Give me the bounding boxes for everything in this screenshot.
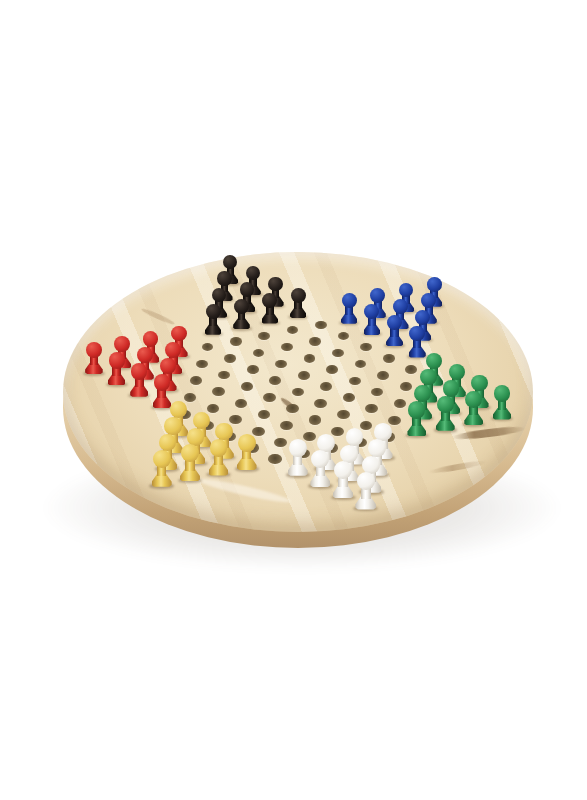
- board-hole[interactable]: [304, 354, 316, 362]
- board-hole[interactable]: [268, 454, 281, 464]
- board-hole[interactable]: [281, 343, 293, 351]
- peg-yellow-head: [215, 423, 232, 441]
- board-hole[interactable]: [258, 332, 269, 340]
- board-hole[interactable]: [196, 360, 208, 369]
- peg-black[interactable]: [290, 288, 307, 318]
- peg-yellow-head: [193, 412, 210, 429]
- peg-green-head: [437, 396, 454, 413]
- peg-white[interactable]: [333, 461, 354, 498]
- peg-yellow[interactable]: [151, 450, 172, 487]
- peg-black-head: [240, 282, 255, 297]
- peg-black[interactable]: [204, 304, 221, 335]
- peg-red-head: [137, 347, 153, 363]
- peg-yellow-head: [210, 439, 228, 457]
- peg-blue-head: [427, 277, 441, 292]
- peg-blue-head: [370, 288, 385, 303]
- peg-black-head: [246, 266, 260, 280]
- peg-blue-head: [409, 326, 424, 342]
- product-photo-chinese-checkers: [0, 0, 587, 800]
- board-hole[interactable]: [235, 399, 247, 408]
- peg-black-head: [217, 271, 231, 285]
- peg-black-head: [212, 288, 227, 303]
- peg-green[interactable]: [464, 391, 483, 425]
- peg-white-head: [289, 439, 307, 457]
- peg-red-head: [86, 342, 102, 358]
- peg-red-head: [143, 331, 159, 347]
- peg-green-head: [420, 369, 436, 385]
- peg-red-head: [160, 358, 176, 374]
- board-hole[interactable]: [190, 376, 202, 385]
- board-hole[interactable]: [337, 410, 350, 419]
- peg-blue[interactable]: [363, 304, 380, 335]
- board-hole[interactable]: [286, 404, 299, 413]
- peg-yellow-head: [238, 434, 256, 452]
- peg-yellow-head: [153, 450, 171, 468]
- board-hole[interactable]: [298, 371, 310, 380]
- peg-white-head: [346, 428, 363, 446]
- peg-blue[interactable]: [386, 315, 404, 346]
- peg-green-head: [465, 391, 482, 408]
- peg-red-head: [109, 352, 125, 368]
- peg-red[interactable]: [85, 342, 103, 374]
- peg-white[interactable]: [355, 472, 376, 510]
- board-hole[interactable]: [224, 354, 236, 362]
- peg-green-head: [443, 380, 460, 397]
- peg-blue-head: [399, 283, 414, 298]
- peg-yellow[interactable]: [208, 439, 229, 475]
- peg-black[interactable]: [233, 299, 250, 330]
- peg-red[interactable]: [130, 363, 149, 396]
- board-hole[interactable]: [247, 365, 259, 374]
- board-hole[interactable]: [241, 382, 253, 391]
- board-hole[interactable]: [394, 399, 406, 408]
- peg-yellow-head: [181, 444, 199, 462]
- peg-blue-head: [387, 315, 402, 330]
- peg-green-head: [449, 364, 465, 380]
- peg-white-head: [368, 439, 386, 457]
- peg-yellow[interactable]: [237, 434, 257, 470]
- peg-green[interactable]: [407, 401, 427, 436]
- peg-black-head: [223, 255, 237, 269]
- board-hole[interactable]: [275, 360, 287, 369]
- peg-white-head: [317, 434, 335, 452]
- board-hole[interactable]: [332, 349, 344, 357]
- peg-white-head: [357, 472, 375, 491]
- peg-blue-head: [421, 293, 436, 308]
- peg-green-head: [471, 375, 487, 392]
- peg-red-head: [171, 326, 186, 342]
- peg-green[interactable]: [436, 396, 456, 431]
- peg-red-head: [154, 374, 170, 391]
- board-hole[interactable]: [349, 377, 361, 386]
- peg-green-head: [426, 353, 442, 369]
- peg-red-head: [131, 363, 147, 379]
- peg-blue-head: [393, 299, 408, 314]
- peg-yellow-head: [187, 428, 204, 446]
- board-hole[interactable]: [315, 321, 326, 329]
- board-hole[interactable]: [309, 337, 321, 345]
- peg-blue[interactable]: [408, 326, 426, 358]
- board-hole[interactable]: [314, 399, 326, 408]
- peg-red[interactable]: [107, 352, 126, 385]
- peg-red-head: [114, 336, 130, 352]
- peg-yellow-head: [159, 434, 177, 452]
- board-hole[interactable]: [263, 393, 275, 402]
- peg-white[interactable]: [287, 439, 308, 476]
- peg-white-head: [311, 450, 329, 468]
- board-hole[interactable]: [253, 349, 265, 357]
- peg-red-head: [165, 342, 181, 358]
- board-hole[interactable]: [309, 415, 322, 424]
- peg-black-head: [234, 299, 249, 314]
- board-hole[interactable]: [326, 365, 338, 374]
- peg-blue-head: [364, 304, 379, 319]
- peg-yellow-head: [170, 401, 187, 418]
- peg-black-head: [291, 288, 306, 303]
- peg-white-head: [374, 423, 391, 441]
- peg-black-head: [268, 277, 282, 292]
- peg-green-head: [414, 385, 431, 402]
- peg-green[interactable]: [492, 385, 511, 419]
- peg-green-head: [494, 385, 511, 402]
- board-hole[interactable]: [400, 382, 412, 391]
- peg-blue[interactable]: [341, 293, 358, 323]
- peg-yellow-head: [164, 417, 181, 434]
- board-hole[interactable]: [258, 410, 271, 419]
- peg-white-head: [334, 461, 352, 479]
- peg-blue-head: [415, 310, 430, 325]
- board-hole[interactable]: [280, 421, 293, 430]
- peg-black[interactable]: [261, 293, 278, 323]
- peg-blue-head: [342, 293, 357, 308]
- peg-black-head: [206, 304, 221, 319]
- peg-green-head: [408, 401, 425, 418]
- peg-black-head: [262, 293, 277, 308]
- peg-white[interactable]: [310, 450, 331, 487]
- board-hole[interactable]: [377, 371, 389, 380]
- board-hole[interactable]: [383, 354, 395, 362]
- peg-yellow[interactable]: [180, 444, 201, 481]
- board-hole[interactable]: [230, 337, 242, 345]
